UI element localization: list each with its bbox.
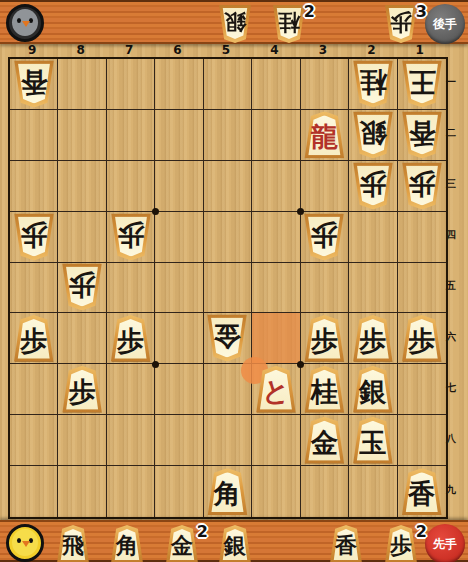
sente-hand-pieces: 飛角金2銀香歩2 [0,522,468,560]
koma-glyph: 王 [401,60,443,107]
gote-bar: 銀桂2歩3 後手 [0,0,468,44]
gote-hand-pieces: 銀桂2歩3 [0,2,468,42]
board-background: 987654321 一二三四五六七八九 香桂王龍銀香歩歩歩歩歩歩歩歩金歩歩歩歩と… [0,44,468,520]
square-2-9[interactable] [349,466,397,517]
file-label-4: 4 [250,44,298,57]
gote-label: 後手 [433,16,457,33]
square-8-4[interactable] [58,212,106,263]
square-5-1[interactable] [204,59,252,110]
sente-hand-歩[interactable]: 歩2 [384,525,418,562]
file-label-8: 8 [56,44,104,57]
square-6-7[interactable] [155,364,203,415]
rank-label-3: 三 [446,159,466,210]
koma-glyph: 歩 [401,162,443,209]
square-4-1[interactable] [252,59,300,110]
square-4-5[interactable] [252,263,300,314]
square-9-6[interactable]: 歩 [10,313,58,364]
koma-歩-sente[interactable]: 歩 [384,525,418,562]
koma-銀-sente[interactable]: 銀 [352,366,394,413]
sente-bar: 飛角金2銀香歩2 先手 [0,520,468,562]
square-5-5[interactable] [204,263,252,314]
koma-glyph: 歩 [303,213,345,260]
file-label-9: 9 [8,44,56,57]
koma-桂-sente[interactable]: 桂 [303,366,345,413]
square-7-6[interactable]: 歩 [107,313,155,364]
square-9-5[interactable] [10,263,58,314]
koma-glyph: 玉 [352,417,394,464]
koma-glyph: 香 [401,111,443,158]
koma-歩-sente[interactable]: 歩 [303,315,345,362]
sente-label: 先手 [433,536,457,553]
koma-glyph: 銀 [218,525,252,562]
square-3-3[interactable] [301,161,349,212]
rank-label-1: 一 [446,57,466,108]
square-9-9[interactable] [10,466,58,517]
square-8-6[interactable] [58,313,106,364]
square-3-2[interactable]: 龍 [301,110,349,161]
square-5-3[interactable] [204,161,252,212]
koma-glyph: 桂 [272,5,306,43]
square-4-8[interactable] [252,415,300,466]
gote-hand-銀[interactable]: 銀 [218,5,252,43]
koma-歩-sente[interactable]: 歩 [61,366,103,413]
koma-glyph: 歩 [303,315,345,362]
hand-count: 2 [197,522,208,541]
koma-香-gote[interactable]: 香 [401,111,443,158]
koma-香-sente[interactable]: 香 [401,468,443,515]
file-labels: 987654321 [8,44,444,57]
rank-label-2: 二 [446,108,466,159]
sente-hand-飛[interactable]: 飛 [56,525,90,562]
hoshi-point [152,361,159,368]
file-label-5: 5 [202,44,250,57]
rank-label-7: 七 [446,362,466,413]
koma-glyph: 金 [206,315,248,362]
rank-label-6: 六 [446,311,466,362]
square-2-1[interactable]: 桂 [349,59,397,110]
sente-hand-銀[interactable]: 銀 [218,525,252,562]
koma-歩-sente[interactable]: 歩 [110,315,152,362]
square-1-8[interactable] [398,415,446,466]
koma-glyph: 歩 [61,366,103,413]
koma-銀-sente[interactable]: 銀 [218,525,252,562]
koma-glyph: 歩 [13,315,55,362]
koma-glyph: 歩 [110,213,152,260]
koma-歩-gote[interactable]: 歩 [13,213,55,260]
square-1-9[interactable]: 香 [398,466,446,517]
square-1-6[interactable]: 歩 [398,313,446,364]
square-5-9[interactable]: 角 [204,466,252,517]
square-6-4[interactable] [155,212,203,263]
square-7-5[interactable] [107,263,155,314]
rank-labels: 一二三四五六七八九 [446,57,466,515]
koma-王-gote[interactable]: 王 [401,60,443,107]
koma-glyph: 歩 [401,315,443,362]
koma-飛-sente[interactable]: 飛 [56,525,90,562]
shogi-app: 987654321 一二三四五六七八九 香桂王龍銀香歩歩歩歩歩歩歩歩金歩歩歩歩と… [0,0,468,562]
square-1-2[interactable]: 香 [398,110,446,161]
koma-歩-sente[interactable]: 歩 [13,315,55,362]
hand-count: 2 [304,2,315,21]
rank-label-9: 九 [446,464,466,515]
koma-玉-sente[interactable]: 玉 [352,417,394,464]
sente-hand-金[interactable]: 金2 [165,525,199,562]
square-8-3[interactable] [58,161,106,212]
square-8-2[interactable] [58,110,106,161]
square-5-6[interactable]: 金 [204,313,252,364]
koma-歩-gote[interactable]: 歩 [303,213,345,260]
file-label-3: 3 [299,44,347,57]
sente-badge: 先手 [425,524,465,562]
koma-桂-gote[interactable]: 桂 [352,60,394,107]
koma-角-sente[interactable]: 角 [110,525,144,562]
square-2-3[interactable]: 歩 [349,161,397,212]
koma-glyph: 角 [110,525,144,562]
square-4-4[interactable] [252,212,300,263]
koma-glyph: 桂 [303,366,345,413]
square-7-1[interactable] [107,59,155,110]
square-3-1[interactable] [301,59,349,110]
square-5-8[interactable] [204,415,252,466]
square-8-9[interactable] [58,466,106,517]
koma-glyph: 歩 [13,213,55,260]
koma-歩-gote[interactable]: 歩 [384,5,418,43]
square-4-7[interactable]: と [252,364,300,415]
square-4-9[interactable] [252,466,300,517]
koma-銀-gote[interactable]: 銀 [218,5,252,43]
koma-glyph: 歩 [352,315,394,362]
square-2-2[interactable]: 銀 [349,110,397,161]
square-6-6[interactable] [155,313,203,364]
koma-glyph: 香 [13,60,55,107]
square-9-8[interactable] [10,415,58,466]
hand-count: 2 [416,522,427,541]
square-8-1[interactable] [58,59,106,110]
square-1-1[interactable]: 王 [398,59,446,110]
shogi-board[interactable]: 香桂王龍銀香歩歩歩歩歩歩歩歩金歩歩歩歩と桂銀金玉角香 [8,57,448,519]
square-5-4[interactable] [204,212,252,263]
square-4-6[interactable] [252,313,300,364]
koma-glyph: 金 [303,417,345,464]
square-2-8[interactable]: 玉 [349,415,397,466]
hoshi-point [152,208,159,215]
square-7-9[interactable] [107,466,155,517]
square-1-4[interactable] [398,212,446,263]
file-label-1: 1 [396,44,444,57]
rank-label-8: 八 [446,413,466,464]
square-3-8[interactable]: 金 [301,415,349,466]
square-2-5[interactable] [349,263,397,314]
square-1-7[interactable] [398,364,446,415]
square-2-7[interactable]: 銀 [349,364,397,415]
koma-金-gote[interactable]: 金 [206,315,248,362]
square-4-2[interactable] [252,110,300,161]
square-7-2[interactable] [107,110,155,161]
square-3-7[interactable]: 桂 [301,364,349,415]
square-2-6[interactable]: 歩 [349,313,397,364]
square-4-3[interactable] [252,161,300,212]
koma-glyph: 銀 [352,111,394,158]
square-6-1[interactable] [155,59,203,110]
koma-glyph: 歩 [110,315,152,362]
koma-glyph: 香 [329,525,363,562]
square-6-2[interactable] [155,110,203,161]
sente-hand-角[interactable]: 角 [110,525,144,562]
square-9-7[interactable] [10,364,58,415]
square-7-4[interactable]: 歩 [107,212,155,263]
square-6-8[interactable] [155,415,203,466]
rank-label-4: 四 [446,210,466,261]
koma-龍-sente[interactable]: 龍 [303,111,345,158]
koma-歩-gote[interactable]: 歩 [401,162,443,209]
koma-glyph: 桂 [352,60,394,107]
koma-glyph: 歩 [384,5,418,43]
koma-角-sente[interactable]: 角 [206,468,248,515]
koma-glyph: 歩 [384,525,418,562]
square-9-2[interactable] [10,110,58,161]
hand-count: 3 [416,2,427,21]
square-9-4[interactable]: 歩 [10,212,58,263]
square-3-9[interactable] [301,466,349,517]
file-label-2: 2 [347,44,395,57]
square-8-7[interactable]: 歩 [58,364,106,415]
square-1-5[interactable] [398,263,446,314]
square-8-5[interactable]: 歩 [58,263,106,314]
gote-hand-歩[interactable]: 歩3 [384,5,418,43]
koma-glyph: 飛 [56,525,90,562]
koma-金-sente[interactable]: 金 [303,417,345,464]
koma-銀-gote[interactable]: 銀 [352,111,394,158]
square-1-3[interactable]: 歩 [398,161,446,212]
square-3-4[interactable]: 歩 [301,212,349,263]
square-3-5[interactable] [301,263,349,314]
square-5-2[interactable] [204,110,252,161]
koma-歩-sente[interactable]: 歩 [352,315,394,362]
file-label-6: 6 [153,44,201,57]
koma-桂-gote[interactable]: 桂 [272,5,306,43]
koma-歩-gote[interactable]: 歩 [110,213,152,260]
square-8-8[interactable] [58,415,106,466]
koma-歩-gote[interactable]: 歩 [61,264,103,311]
square-9-1[interactable]: 香 [10,59,58,110]
gote-hand-桂[interactable]: 桂2 [272,5,306,43]
koma-glyph: 龍 [303,111,345,158]
rank-label-5: 五 [446,261,466,312]
square-6-9[interactable] [155,466,203,517]
square-6-5[interactable] [155,263,203,314]
square-7-8[interactable] [107,415,155,466]
koma-glyph: 歩 [352,162,394,209]
square-7-3[interactable] [107,161,155,212]
square-6-3[interactable] [155,161,203,212]
koma-glyph: と [255,366,297,413]
koma-香-gote[interactable]: 香 [13,60,55,107]
koma-金-sente[interactable]: 金 [165,525,199,562]
koma-と-sente[interactable]: と [255,366,297,413]
square-7-7[interactable] [107,364,155,415]
square-2-4[interactable] [349,212,397,263]
koma-glyph: 銀 [218,5,252,43]
koma-glyph: 銀 [352,366,394,413]
koma-歩-gote[interactable]: 歩 [352,162,394,209]
koma-glyph: 角 [206,468,248,515]
koma-glyph: 歩 [61,264,103,311]
square-3-6[interactable]: 歩 [301,313,349,364]
koma-glyph: 香 [401,468,443,515]
square-9-3[interactable] [10,161,58,212]
koma-歩-sente[interactable]: 歩 [401,315,443,362]
sente-hand-香[interactable]: 香 [329,525,363,562]
koma-glyph: 金 [165,525,199,562]
file-label-7: 7 [105,44,153,57]
koma-香-sente[interactable]: 香 [329,525,363,562]
gote-badge: 後手 [425,4,465,44]
